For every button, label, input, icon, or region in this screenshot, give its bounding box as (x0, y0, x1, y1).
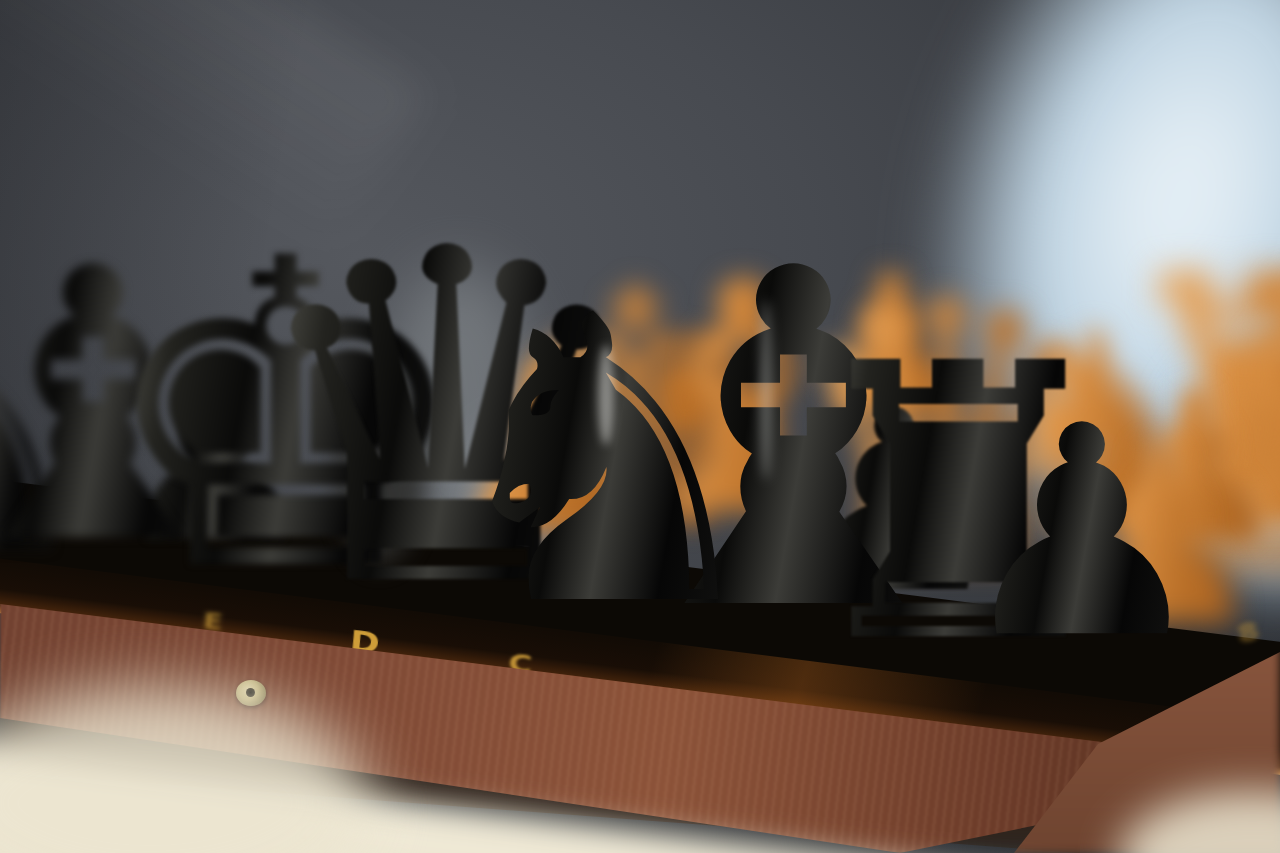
chess-photo-scene: EDC 8 ♞♝♟♚♛♞♝♟♜♟♟♚♝♟♛♞♟♜♟♝ (0, 0, 1280, 853)
out-of-focus-piece-e7 (332, 352, 427, 567)
background-light-streak (0, 0, 428, 254)
knight-specular (598, 345, 614, 445)
bishop-specular (760, 300, 772, 480)
white-bishop-glyph: ♝ (600, 240, 887, 560)
